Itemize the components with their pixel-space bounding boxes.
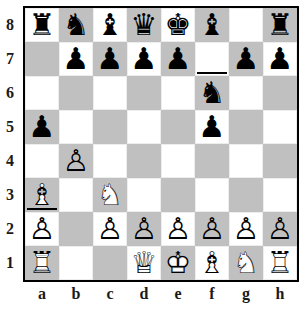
square-c4[interactable] bbox=[93, 144, 127, 178]
square-b5[interactable] bbox=[59, 110, 93, 144]
piece-bp-f5: ♟ bbox=[199, 110, 226, 144]
square-d1[interactable]: ♛♕ bbox=[127, 246, 161, 280]
piece-glyph: ♟ bbox=[267, 42, 294, 76]
square-c3[interactable]: ♞♘ bbox=[93, 178, 127, 212]
square-e4[interactable] bbox=[161, 144, 195, 178]
piece-glyph: ♗ bbox=[199, 246, 226, 280]
rank-label-6: 6 bbox=[0, 76, 20, 110]
square-f1[interactable]: ♝♗ bbox=[195, 246, 229, 280]
piece-wr-h1: ♜♖ bbox=[267, 246, 294, 280]
rank-label-7: 7 bbox=[0, 42, 20, 76]
square-c1[interactable] bbox=[93, 246, 127, 280]
square-a6[interactable] bbox=[25, 76, 59, 110]
square-g2[interactable]: ♙♙ bbox=[229, 212, 263, 246]
square-d5[interactable] bbox=[127, 110, 161, 144]
piece-glyph: ♗ bbox=[29, 178, 56, 212]
piece-glyph: ♙ bbox=[233, 212, 260, 246]
piece-wn-g1: ♞♘ bbox=[233, 246, 260, 280]
piece-bp-g7: ♟ bbox=[233, 42, 260, 76]
piece-glyph: ♚ bbox=[165, 8, 192, 42]
piece-wp-b4: ♙♙ bbox=[63, 144, 90, 178]
piece-glyph: ♙ bbox=[199, 212, 226, 246]
piece-br-a8: ♜ bbox=[29, 8, 56, 42]
square-f3[interactable] bbox=[195, 178, 229, 212]
piece-glyph: ♙ bbox=[29, 212, 56, 246]
file-label-g: g bbox=[229, 283, 263, 305]
file-label-a: a bbox=[25, 283, 59, 305]
square-g7[interactable]: ♟ bbox=[229, 42, 263, 76]
piece-bp-d7: ♟ bbox=[131, 42, 158, 76]
piece-glyph: ♟ bbox=[131, 42, 158, 76]
rank-label-1: 1 bbox=[0, 246, 20, 280]
square-d3[interactable] bbox=[127, 178, 161, 212]
piece-glyph: ♝ bbox=[199, 8, 226, 42]
piece-wr-a1: ♜♖ bbox=[29, 246, 56, 280]
square-h5[interactable] bbox=[263, 110, 297, 144]
piece-glyph: ♘ bbox=[233, 246, 260, 280]
square-c2[interactable]: ♙♙ bbox=[93, 212, 127, 246]
piece-bq-d8: ♛ bbox=[131, 8, 158, 42]
file-label-h: h bbox=[263, 283, 297, 305]
piece-glyph: ♟ bbox=[199, 110, 226, 144]
square-b8[interactable]: ♞ bbox=[59, 8, 93, 42]
piece-glyph: ♟ bbox=[97, 42, 124, 76]
rank-label-5: 5 bbox=[0, 110, 20, 144]
square-h3[interactable] bbox=[263, 178, 297, 212]
square-a2[interactable]: ♙♙ bbox=[25, 212, 59, 246]
rank-label-8: 8 bbox=[0, 8, 20, 42]
piece-wp-a2: ♙♙ bbox=[29, 212, 56, 246]
file-labels: abcdefgh bbox=[25, 283, 297, 305]
piece-bn-b8: ♞ bbox=[63, 8, 90, 42]
square-a8[interactable]: ♜ bbox=[25, 8, 59, 42]
piece-wp-g2: ♙♙ bbox=[233, 212, 260, 246]
piece-glyph: ♜ bbox=[267, 8, 294, 42]
piece-bp-b7: ♟ bbox=[63, 42, 90, 76]
piece-glyph: ♜ bbox=[29, 8, 56, 42]
square-c6[interactable] bbox=[93, 76, 127, 110]
piece-br-h8: ♜ bbox=[267, 8, 294, 42]
piece-wb-f1: ♝♗ bbox=[199, 246, 226, 280]
piece-glyph: ♖ bbox=[267, 246, 294, 280]
file-label-e: e bbox=[161, 283, 195, 305]
rank-label-3: 3 bbox=[0, 178, 20, 212]
square-d7[interactable]: ♟ bbox=[127, 42, 161, 76]
piece-glyph: ♙ bbox=[165, 212, 192, 246]
piece-bp-h7: ♟ bbox=[267, 42, 294, 76]
piece-bp-a5: ♟ bbox=[29, 110, 56, 144]
piece-glyph: ♞ bbox=[63, 8, 90, 42]
square-b6[interactable] bbox=[59, 76, 93, 110]
square-b4[interactable]: ♙♙ bbox=[59, 144, 93, 178]
square-a7[interactable] bbox=[25, 42, 59, 76]
square-f5[interactable]: ♟ bbox=[195, 110, 229, 144]
piece-glyph: ♟ bbox=[233, 42, 260, 76]
piece-glyph: ♙ bbox=[131, 212, 158, 246]
piece-wp-e2: ♙♙ bbox=[165, 212, 192, 246]
square-d2[interactable]: ♙♙ bbox=[127, 212, 161, 246]
piece-bn-f6: ♞ bbox=[199, 76, 226, 110]
chess-board: ♜♞♝♛♚♝♜♟♟♟♟♟♟♞♟♟♙♙♝♗♞♘♙♙♙♙♙♙♙♙♙♙♙♙♙♙♜♖♛♕… bbox=[23, 6, 299, 282]
piece-wp-f2: ♙♙ bbox=[199, 212, 226, 246]
piece-wb-a3: ♝♗ bbox=[29, 178, 56, 212]
square-a4[interactable] bbox=[25, 144, 59, 178]
piece-glyph: ♛ bbox=[131, 8, 158, 42]
square-g3[interactable] bbox=[229, 178, 263, 212]
square-a5[interactable]: ♟ bbox=[25, 110, 59, 144]
piece-glyph: ♙ bbox=[267, 212, 294, 246]
piece-bp-e7: ♟ bbox=[165, 42, 192, 76]
square-f6[interactable]: ♞ bbox=[195, 76, 229, 110]
piece-glyph: ♟ bbox=[63, 42, 90, 76]
square-e2[interactable]: ♙♙ bbox=[161, 212, 195, 246]
file-label-b: b bbox=[59, 283, 93, 305]
square-g6[interactable] bbox=[229, 76, 263, 110]
piece-glyph: ♟ bbox=[165, 42, 192, 76]
last-move-underline-a3 bbox=[27, 208, 57, 210]
square-d6[interactable] bbox=[127, 76, 161, 110]
square-e5[interactable] bbox=[161, 110, 195, 144]
square-b1[interactable] bbox=[59, 246, 93, 280]
square-e1[interactable]: ♚♔ bbox=[161, 246, 195, 280]
square-e8[interactable]: ♚ bbox=[161, 8, 195, 42]
rank-labels: 87654321 bbox=[0, 8, 20, 280]
piece-glyph: ♝ bbox=[97, 8, 124, 42]
square-b3[interactable] bbox=[59, 178, 93, 212]
piece-glyph: ♖ bbox=[29, 246, 56, 280]
square-h7[interactable]: ♟ bbox=[263, 42, 297, 76]
piece-wp-h2: ♙♙ bbox=[267, 212, 294, 246]
square-g1[interactable]: ♞♘ bbox=[229, 246, 263, 280]
piece-bb-f8: ♝ bbox=[199, 8, 226, 42]
file-label-f: f bbox=[195, 283, 229, 305]
square-d4[interactable] bbox=[127, 144, 161, 178]
square-e3[interactable] bbox=[161, 178, 195, 212]
chess-diagram: 87654321 ♜♞♝♛♚♝♜♟♟♟♟♟♟♞♟♟♙♙♝♗♞♘♙♙♙♙♙♙♙♙♙… bbox=[0, 0, 306, 309]
last-move-underline-f7 bbox=[197, 72, 227, 74]
square-a1[interactable]: ♜♖ bbox=[25, 246, 59, 280]
piece-bb-c8: ♝ bbox=[97, 8, 124, 42]
file-label-c: c bbox=[93, 283, 127, 305]
piece-wn-c3: ♞♘ bbox=[97, 178, 124, 212]
square-h4[interactable] bbox=[263, 144, 297, 178]
piece-bp-c7: ♟ bbox=[97, 42, 124, 76]
piece-wp-d2: ♙♙ bbox=[131, 212, 158, 246]
square-f4[interactable] bbox=[195, 144, 229, 178]
piece-glyph: ♙ bbox=[97, 212, 124, 246]
piece-glyph: ♙ bbox=[63, 144, 90, 178]
square-g4[interactable] bbox=[229, 144, 263, 178]
square-c7[interactable]: ♟ bbox=[93, 42, 127, 76]
piece-wk-e1: ♚♔ bbox=[165, 246, 192, 280]
piece-bk-e8: ♚ bbox=[165, 8, 192, 42]
piece-glyph: ♘ bbox=[97, 178, 124, 212]
square-b7[interactable]: ♟ bbox=[59, 42, 93, 76]
file-label-d: d bbox=[127, 283, 161, 305]
piece-glyph: ♟ bbox=[29, 110, 56, 144]
square-b2[interactable] bbox=[59, 212, 93, 246]
rank-label-2: 2 bbox=[0, 212, 20, 246]
square-d8[interactable]: ♛ bbox=[127, 8, 161, 42]
square-a3[interactable]: ♝♗ bbox=[25, 178, 59, 212]
square-h1[interactable]: ♜♖ bbox=[263, 246, 297, 280]
piece-glyph: ♞ bbox=[199, 76, 226, 110]
square-f8[interactable]: ♝ bbox=[195, 8, 229, 42]
square-f2[interactable]: ♙♙ bbox=[195, 212, 229, 246]
piece-wp-c2: ♙♙ bbox=[97, 212, 124, 246]
square-c8[interactable]: ♝ bbox=[93, 8, 127, 42]
piece-glyph: ♕ bbox=[131, 246, 158, 280]
square-g8[interactable] bbox=[229, 8, 263, 42]
square-f7[interactable] bbox=[195, 42, 229, 76]
square-h2[interactable]: ♙♙ bbox=[263, 212, 297, 246]
square-e6[interactable] bbox=[161, 76, 195, 110]
square-g5[interactable] bbox=[229, 110, 263, 144]
rank-label-4: 4 bbox=[0, 144, 20, 178]
square-h8[interactable]: ♜ bbox=[263, 8, 297, 42]
square-c5[interactable] bbox=[93, 110, 127, 144]
piece-glyph: ♔ bbox=[165, 246, 192, 280]
square-h6[interactable] bbox=[263, 76, 297, 110]
piece-wq-d1: ♛♕ bbox=[131, 246, 158, 280]
square-e7[interactable]: ♟ bbox=[161, 42, 195, 76]
